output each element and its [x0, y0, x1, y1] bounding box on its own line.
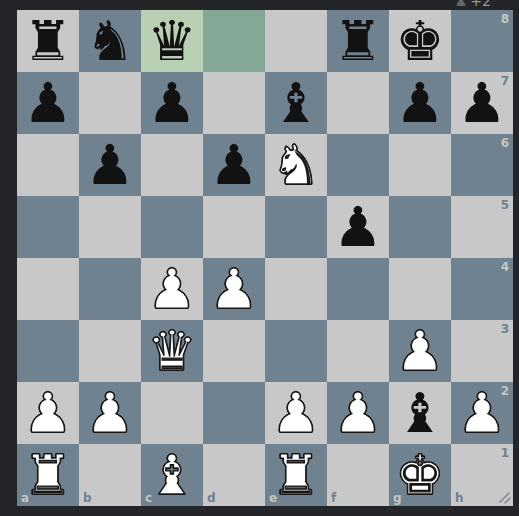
piece-black-pawn[interactable]: ♟ [327, 196, 389, 258]
square-b4[interactable] [79, 258, 141, 320]
square-d1[interactable]: d [203, 444, 265, 506]
board-panel: ♟ +2 ♜♞♛♜♚8♟♟♝♟7♟♟♟♞6♟5♟♟4♛♟3♟♟♟♟♝2♟a♜bc… [0, 0, 519, 516]
square-g3[interactable]: ♟ [389, 320, 451, 382]
square-h3[interactable]: 3 [451, 320, 513, 382]
rank-label-8: 8 [501, 12, 509, 26]
rank-label-5: 5 [501, 198, 509, 212]
square-a7[interactable]: ♟ [17, 72, 79, 134]
square-h6[interactable]: 6 [451, 134, 513, 196]
piece-black-rook[interactable]: ♜ [327, 10, 389, 72]
square-g5[interactable] [389, 196, 451, 258]
square-b7[interactable] [79, 72, 141, 134]
piece-black-pawn[interactable]: ♟ [203, 134, 265, 196]
board-resize-handle[interactable] [497, 490, 511, 504]
square-b6[interactable]: ♟ [79, 134, 141, 196]
square-f1[interactable]: f [327, 444, 389, 506]
piece-white-pawn[interactable]: ♟ [389, 320, 451, 382]
chess-board: ♜♞♛♜♚8♟♟♝♟7♟♟♟♞6♟5♟♟4♛♟3♟♟♟♟♝2♟a♜bc♝de♜f… [17, 10, 513, 506]
piece-white-rook[interactable]: ♜ [17, 444, 79, 506]
square-b5[interactable] [79, 196, 141, 258]
square-e6[interactable]: ♞ [265, 134, 327, 196]
square-f6[interactable] [327, 134, 389, 196]
square-c6[interactable] [141, 134, 203, 196]
piece-black-bishop[interactable]: ♝ [265, 72, 327, 134]
square-d3[interactable] [203, 320, 265, 382]
piece-white-pawn[interactable]: ♟ [265, 382, 327, 444]
square-e4[interactable] [265, 258, 327, 320]
file-label-d: d [207, 491, 216, 505]
square-e1[interactable]: e♜ [265, 444, 327, 506]
piece-white-pawn[interactable]: ♟ [79, 382, 141, 444]
square-d4[interactable]: ♟ [203, 258, 265, 320]
square-h4[interactable]: 4 [451, 258, 513, 320]
square-c2[interactable] [141, 382, 203, 444]
material-advantage-count: +2 [470, 0, 491, 8]
rank-label-3: 3 [501, 322, 509, 336]
square-e7[interactable]: ♝ [265, 72, 327, 134]
piece-white-rook[interactable]: ♜ [265, 444, 327, 506]
square-e8[interactable] [265, 10, 327, 72]
square-g1[interactable]: g♚ [389, 444, 451, 506]
piece-black-rook[interactable]: ♜ [17, 10, 79, 72]
square-a6[interactable] [17, 134, 79, 196]
square-d2[interactable] [203, 382, 265, 444]
rank-label-4: 4 [501, 260, 509, 274]
piece-white-pawn[interactable]: ♟ [451, 382, 513, 444]
square-d7[interactable] [203, 72, 265, 134]
square-h1[interactable]: 1h [451, 444, 513, 506]
square-c3[interactable]: ♛ [141, 320, 203, 382]
file-label-f: f [331, 491, 336, 505]
square-b3[interactable] [79, 320, 141, 382]
piece-white-pawn[interactable]: ♟ [327, 382, 389, 444]
square-c7[interactable]: ♟ [141, 72, 203, 134]
piece-black-pawn[interactable]: ♟ [17, 72, 79, 134]
square-a2[interactable]: ♟ [17, 382, 79, 444]
square-h5[interactable]: 5 [451, 196, 513, 258]
square-c5[interactable] [141, 196, 203, 258]
piece-white-queen[interactable]: ♛ [141, 320, 203, 382]
piece-black-queen[interactable]: ♛ [141, 10, 203, 72]
piece-white-knight[interactable]: ♞ [265, 134, 327, 196]
piece-white-pawn[interactable]: ♟ [17, 382, 79, 444]
rank-label-1: 1 [501, 446, 509, 460]
piece-black-pawn[interactable]: ♟ [389, 72, 451, 134]
square-a3[interactable] [17, 320, 79, 382]
square-f3[interactable] [327, 320, 389, 382]
square-g4[interactable] [389, 258, 451, 320]
square-d6[interactable]: ♟ [203, 134, 265, 196]
square-h8[interactable]: 8 [451, 10, 513, 72]
square-a1[interactable]: a♜ [17, 444, 79, 506]
square-h2[interactable]: 2♟ [451, 382, 513, 444]
square-g7[interactable]: ♟ [389, 72, 451, 134]
square-b1[interactable]: b [79, 444, 141, 506]
square-h7[interactable]: 7♟ [451, 72, 513, 134]
piece-white-king[interactable]: ♚ [389, 444, 451, 506]
square-a8[interactable]: ♜ [17, 10, 79, 72]
square-f8[interactable]: ♜ [327, 10, 389, 72]
file-label-h: h [455, 491, 464, 505]
square-f4[interactable] [327, 258, 389, 320]
piece-black-knight[interactable]: ♞ [79, 10, 141, 72]
square-c4[interactable]: ♟ [141, 258, 203, 320]
square-g8[interactable]: ♚ [389, 10, 451, 72]
square-b8[interactable]: ♞ [79, 10, 141, 72]
square-a5[interactable] [17, 196, 79, 258]
square-f7[interactable] [327, 72, 389, 134]
piece-white-pawn[interactable]: ♟ [141, 258, 203, 320]
square-g6[interactable] [389, 134, 451, 196]
material-advantage-badge: ♟ +2 [455, 0, 491, 9]
captured-pawn-icon: ♟ [455, 0, 468, 8]
square-f2[interactable]: ♟ [327, 382, 389, 444]
piece-black-pawn[interactable]: ♟ [141, 72, 203, 134]
square-e3[interactable] [265, 320, 327, 382]
piece-white-pawn[interactable]: ♟ [203, 258, 265, 320]
rank-label-6: 6 [501, 136, 509, 150]
piece-black-king[interactable]: ♚ [389, 10, 451, 72]
square-d5[interactable] [203, 196, 265, 258]
square-b2[interactable]: ♟ [79, 382, 141, 444]
piece-black-pawn[interactable]: ♟ [79, 134, 141, 196]
piece-white-bishop[interactable]: ♝ [141, 444, 203, 506]
square-f5[interactable]: ♟ [327, 196, 389, 258]
piece-black-pawn[interactable]: ♟ [451, 72, 513, 134]
file-label-b: b [83, 491, 92, 505]
square-e5[interactable] [265, 196, 327, 258]
square-c8[interactable]: ♛ [141, 10, 203, 72]
square-d8[interactable] [203, 10, 265, 72]
square-c1[interactable]: c♝ [141, 444, 203, 506]
piece-black-bishop[interactable]: ♝ [389, 382, 451, 444]
square-a4[interactable] [17, 258, 79, 320]
square-e2[interactable]: ♟ [265, 382, 327, 444]
square-g2[interactable]: ♝ [389, 382, 451, 444]
